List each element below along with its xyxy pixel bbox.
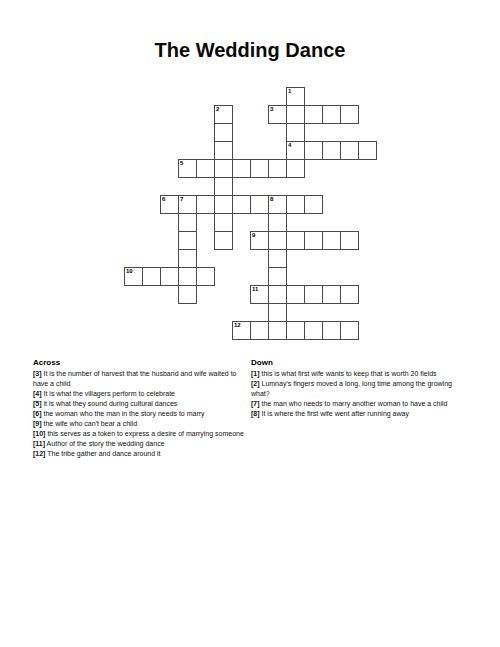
grid-cell-r3-c5[interactable]	[214, 141, 233, 160]
clue-text: this is what first wife wants to keep th…	[260, 370, 437, 377]
grid-cell-r11-c10[interactable]	[304, 285, 323, 304]
grid-cell-r3-c10[interactable]	[304, 141, 323, 160]
grid-cell-r4-c4[interactable]	[196, 159, 215, 178]
across-clue-3: [3] It is the number of harvest that the…	[33, 369, 251, 389]
puzzle-title: The Wedding Dance	[0, 39, 500, 62]
grid-cell-r11-c8[interactable]	[268, 285, 287, 304]
grid-cell-r13-c7[interactable]	[250, 321, 269, 340]
clue-label: [3]	[33, 370, 42, 377]
clue-text: this serves as a token to express a desi…	[45, 430, 243, 437]
clue-label: [11]	[33, 440, 45, 447]
clue-label: [4]	[33, 390, 42, 397]
grid-cell-r9-c8[interactable]	[268, 249, 287, 268]
grid-cell-r10-c2[interactable]	[160, 267, 179, 286]
across-clue-6: [6] the woman who the man in the story n…	[33, 409, 251, 419]
grid-cell-r3-c12[interactable]	[340, 141, 359, 160]
down-clue-7: [7] the man who needs to marry another w…	[251, 399, 467, 409]
cell-number-6: 6	[162, 196, 165, 203]
grid-cell-r6-c6[interactable]	[232, 195, 251, 214]
clue-text: The tribe gather and dance around it	[45, 450, 160, 457]
grid-cell-r8-c3[interactable]	[178, 231, 197, 250]
grid-cell-r1-c8[interactable]: 3	[268, 105, 287, 124]
grid-cell-r7-c8[interactable]	[268, 213, 287, 232]
grid-cell-r13-c10[interactable]	[304, 321, 323, 340]
across-header: Across	[33, 358, 251, 367]
down-clues-section: Down [1] this is what first wife wants t…	[251, 358, 467, 419]
down-clue-8: [8] It is where the first wife went afte…	[251, 409, 467, 419]
grid-cell-r1-c10[interactable]	[304, 105, 323, 124]
grid-cell-r7-c5[interactable]	[214, 213, 233, 232]
grid-cell-r13-c8[interactable]	[268, 321, 287, 340]
cell-number-9: 9	[252, 232, 255, 239]
across-clue-list: [3] It is the number of harvest that the…	[33, 369, 251, 459]
grid-cell-r6-c7[interactable]	[250, 195, 269, 214]
grid-cell-r8-c11[interactable]	[322, 231, 341, 250]
clue-label: [12]	[33, 450, 45, 457]
grid-cell-r6-c5[interactable]	[214, 195, 233, 214]
clue-text: Author of the story the wedding dance	[45, 440, 164, 447]
clue-label: [10]	[33, 430, 45, 437]
grid-cell-r13-c12[interactable]	[340, 321, 359, 340]
grid-cell-r8-c10[interactable]	[304, 231, 323, 250]
grid-cell-r13-c9[interactable]	[286, 321, 305, 340]
across-clue-4: [4] It is what the villagers perform to …	[33, 389, 251, 399]
grid-cell-r12-c8[interactable]	[268, 303, 287, 322]
cell-number-1: 1	[288, 88, 291, 95]
grid-cell-r4-c9[interactable]	[286, 159, 305, 178]
grid-cell-r4-c3[interactable]: 5	[178, 159, 197, 178]
grid-cell-r4-c7[interactable]	[250, 159, 269, 178]
grid-cell-r1-c12[interactable]	[340, 105, 359, 124]
grid-cell-r3-c11[interactable]	[322, 141, 341, 160]
grid-cell-r8-c12[interactable]	[340, 231, 359, 250]
clue-label: [8]	[251, 410, 260, 417]
grid-cell-r8-c9[interactable]	[286, 231, 305, 250]
grid-cell-r10-c3[interactable]	[178, 267, 197, 286]
clue-text: It is what the villagers perform to cele…	[42, 390, 175, 397]
grid-cell-r10-c8[interactable]	[268, 267, 287, 286]
cell-number-8: 8	[270, 196, 273, 203]
clue-text: the woman who the man in the story needs…	[42, 410, 205, 417]
clue-text: it is what they sound during cultural da…	[42, 400, 178, 407]
cell-number-10: 10	[126, 268, 133, 275]
clue-text: Lumnay's fingers moved a long, long time…	[251, 380, 452, 397]
grid-cell-r4-c6[interactable]	[232, 159, 251, 178]
grid-cell-r11-c9[interactable]	[286, 285, 305, 304]
grid-cell-r6-c3[interactable]: 7	[178, 195, 197, 214]
clue-text: It is the number of harvest that the hus…	[33, 370, 237, 387]
clue-label: [1]	[251, 370, 260, 377]
grid-cell-r6-c2[interactable]: 6	[160, 195, 179, 214]
grid-cell-r10-c4[interactable]	[196, 267, 215, 286]
grid-cell-r8-c5[interactable]	[214, 231, 233, 250]
grid-cell-r1-c5[interactable]: 2	[214, 105, 233, 124]
grid-cell-r7-c3[interactable]	[178, 213, 197, 232]
across-clue-12: [12] The tribe gather and dance around i…	[33, 449, 251, 459]
grid-cell-r4-c5[interactable]	[214, 159, 233, 178]
grid-cell-r5-c5[interactable]	[214, 177, 233, 196]
across-clue-11: [11] Author of the story the wedding dan…	[33, 439, 251, 449]
grid-cell-r2-c5[interactable]	[214, 123, 233, 142]
grid-cell-r8-c7[interactable]: 9	[250, 231, 269, 250]
grid-cell-r6-c8[interactable]: 8	[268, 195, 287, 214]
clue-label: [2]	[251, 380, 260, 387]
down-clue-2: [2] Lumnay's fingers moved a long, long …	[251, 379, 467, 399]
grid-cell-r13-c6[interactable]: 12	[232, 321, 251, 340]
grid-cell-r10-c1[interactable]	[142, 267, 161, 286]
grid-cell-r9-c3[interactable]	[178, 249, 197, 268]
grid-cell-r3-c13[interactable]	[358, 141, 377, 160]
across-clue-9: [9] the wife who can't bear a child	[33, 419, 251, 429]
grid-cell-r4-c8[interactable]	[268, 159, 287, 178]
clue-label: [7]	[251, 400, 260, 407]
cell-number-5: 5	[180, 160, 183, 167]
cell-number-7: 7	[180, 196, 183, 203]
grid-cell-r2-c9[interactable]	[286, 123, 305, 142]
grid-cell-r11-c3[interactable]	[178, 285, 197, 304]
cell-number-11: 11	[252, 286, 258, 293]
cell-number-2: 2	[216, 106, 219, 113]
grid-cell-r10-c0[interactable]: 10	[124, 267, 143, 286]
grid-cell-r13-c11[interactable]	[322, 321, 341, 340]
grid-cell-r8-c8[interactable]	[268, 231, 287, 250]
grid-cell-r11-c12[interactable]	[340, 285, 359, 304]
clue-label: [9]	[33, 420, 42, 427]
clue-label: [6]	[33, 410, 42, 417]
grid-cell-r3-c9[interactable]: 4	[286, 141, 305, 160]
grid-cell-r0-c9[interactable]: 1	[286, 87, 305, 106]
across-clues-section: Across [3] It is the number of harvest t…	[33, 358, 251, 459]
cell-number-4: 4	[288, 142, 291, 149]
across-clue-10: [10] this serves as a token to express a…	[33, 429, 251, 439]
down-header: Down	[251, 358, 467, 367]
clue-text: the man who needs to marry another woman…	[260, 400, 448, 407]
grid-cell-r1-c9[interactable]	[286, 105, 305, 124]
grid-cell-r11-c7[interactable]: 11	[250, 285, 269, 304]
down-clue-list: [1] this is what first wife wants to kee…	[251, 369, 467, 419]
clue-text: the wife who can't bear a child	[42, 420, 138, 427]
grid-cell-r6-c4[interactable]	[196, 195, 215, 214]
page: The Wedding Dance 123456789101112 Across…	[0, 0, 500, 647]
cell-number-12: 12	[234, 322, 241, 329]
crossword-grid: 123456789101112	[124, 87, 377, 340]
clue-label: [5]	[33, 400, 42, 407]
across-clue-5: [5] it is what they sound during cultura…	[33, 399, 251, 409]
cell-number-3: 3	[270, 106, 273, 113]
down-clue-1: [1] this is what first wife wants to kee…	[251, 369, 467, 379]
grid-cell-r6-c10[interactable]	[304, 195, 323, 214]
grid-cell-r1-c11[interactable]	[322, 105, 341, 124]
grid-cell-r6-c9[interactable]	[286, 195, 305, 214]
grid-cell-r11-c11[interactable]	[322, 285, 341, 304]
clue-text: It is where the first wife went after ru…	[260, 410, 409, 417]
